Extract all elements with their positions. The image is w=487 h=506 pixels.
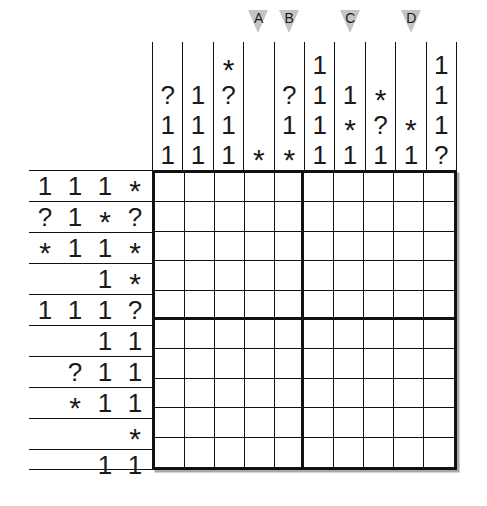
clue-glyph: ? [282,80,296,110]
clue-glyph: 1 [98,295,112,325]
col-clue-column-10: 111? [426,42,456,170]
clue-glyph: ? [434,140,448,170]
clue-glyph: * [129,238,141,268]
row-clue-value: 1 [90,295,120,325]
grid-cell-r4c10[interactable] [424,261,454,290]
clue-glyph: 1 [68,295,82,325]
clue-glyph: 1 [312,140,326,170]
clue-glyph: 1 [373,140,387,170]
row-clue-value: 1 [90,357,120,387]
col-clue-value: 1 [335,80,364,110]
column-marker-B: B [279,10,300,34]
clue-glyph: 1 [312,110,326,140]
row-clue-value: ? [30,202,60,232]
grid-cell-r8c3[interactable] [215,379,245,408]
col-clue-value: 1 [183,110,212,140]
grid-cell-r8c9[interactable] [394,379,424,408]
grid-cell-r8c7[interactable] [334,379,364,408]
clue-glyph: 1 [98,171,112,201]
grid-cell-r2c1[interactable] [155,202,185,231]
grid-cell-r3c3[interactable] [215,232,245,261]
grid-cell-r6c9[interactable] [394,320,424,349]
column-clues: ?11111*?11*?1*11111*1*?1*1111? [152,42,457,170]
grid-cell-r5c4[interactable] [245,291,275,320]
col-clue-value: * [396,110,425,140]
puzzle-grid [152,170,457,470]
grid-cell-r10c8[interactable] [364,438,394,467]
grid-cell-r6c6[interactable] [304,320,334,349]
col-clue-value: ? [275,80,304,110]
clue-glyph: 1 [38,295,52,325]
grid-cell-r10c6[interactable] [304,438,334,467]
col-clue-column-1: ?11 [152,42,182,170]
grid-cell-r6c5[interactable] [275,320,305,349]
grid-cell-r8c10[interactable] [424,379,454,408]
grid-cell-r2c10[interactable] [424,202,454,231]
grid-cell-r8c5[interactable] [275,379,305,408]
grid-cell-r2c5[interactable] [275,202,305,231]
row-clue-value: * [120,264,150,294]
row-clue-value: * [120,171,150,201]
grid-cell-r5c1[interactable] [155,291,185,320]
col-clue-value: * [244,140,273,170]
clue-glyph: ? [38,202,52,232]
grid-cell-r1c6[interactable] [304,173,334,202]
clue-glyph: * [344,115,356,145]
row-clue-row-6: 11 [29,325,152,356]
grid-cell-r8c1[interactable] [155,379,185,408]
col-clue-value: 1 [427,80,456,110]
col-clue-column-7: 1*1 [334,42,364,170]
grid-cell-r9c8[interactable] [364,408,394,437]
clue-glyph: 1 [191,80,205,110]
clue-glyph: * [69,393,81,423]
clue-glyph: 1 [434,80,448,110]
row-clue-value: 1 [120,357,150,387]
col-clue-value: ? [153,80,182,110]
col-clue-column-3: *?11 [213,42,243,170]
row-clue-value: * [60,388,90,418]
col-clue-value: 1 [305,80,334,110]
clue-glyph: ? [68,357,82,387]
grid-cell-r10c10[interactable] [424,438,454,467]
clue-glyph: * [129,269,141,299]
col-clue-value: 1 [153,110,182,140]
grid-cell-r1c2[interactable] [185,173,215,202]
clue-glyph: 1 [282,110,296,140]
row-clue-value: 1 [60,233,90,263]
column-marker-A: A [248,10,269,34]
column-marker-C: C [340,10,361,34]
clue-glyph: * [405,115,417,145]
grid-cell-r1c10[interactable] [424,173,454,202]
grid-cell-r6c3[interactable] [215,320,245,349]
grid-cell-r10c9[interactable] [394,438,424,467]
grid-cell-r3c6[interactable] [304,232,334,261]
grid-cell-r3c4[interactable] [245,232,275,261]
clue-glyph: 1 [98,357,112,387]
grid-cell-r6c1[interactable] [155,320,185,349]
row-clue-value: * [30,233,60,263]
grid-cell-r10c3[interactable] [215,438,245,467]
clue-glyph: 1 [312,80,326,110]
grid-cell-r10c5[interactable] [275,438,305,467]
col-clue-column-6: 1111 [304,42,334,170]
grid-cell-r1c1[interactable] [155,173,185,202]
col-clue-value: 1 [305,50,334,80]
col-clue-value: * [366,80,395,110]
clue-glyph: 1 [98,326,112,356]
row-clue-value: 1 [120,388,150,418]
clue-glyph: 1 [68,202,82,232]
row-clue-row-9: * [29,418,152,449]
row-clue-value: 1 [60,202,90,232]
col-clue-value: 1 [214,140,243,170]
col-clue-column-4: * [243,42,273,170]
clue-glyph: 1 [128,388,142,418]
clue-glyph: 1 [160,140,174,170]
row-clue-value: 1 [90,388,120,418]
col-clue-value: 1 [366,140,395,170]
clue-glyph: 1 [191,110,205,140]
grid-cell-r3c10[interactable] [424,232,454,261]
grid-cell-r7c9[interactable] [394,349,424,378]
clue-glyph: 1 [128,326,142,356]
grid-cell-r5c2[interactable] [185,291,215,320]
grid-cell-r9c3[interactable] [215,408,245,437]
marker-label: B [279,10,300,27]
row-clue-row-1: 111* [29,170,152,201]
clue-glyph: 1 [434,50,448,80]
row-clue-value: 1 [90,264,120,294]
row-clue-row-3: *11* [29,232,152,263]
grid-cell-r8c6[interactable] [304,379,334,408]
grid-cell-r6c2[interactable] [185,320,215,349]
clue-glyph: 1 [98,388,112,418]
grid-cell-r10c4[interactable] [245,438,275,467]
grid-cell-r7c1[interactable] [155,349,185,378]
clue-glyph: 1 [98,264,112,294]
col-clue-value: 1 [275,110,304,140]
grid-cell-r4c4[interactable] [245,261,275,290]
grid-cell-r7c3[interactable] [215,349,245,378]
clue-glyph: ? [160,80,174,110]
clue-glyph: 1 [434,110,448,140]
grid-cell-r2c4[interactable] [245,202,275,231]
clue-glyph: 1 [312,50,326,80]
grid-cell-r2c6[interactable] [304,202,334,231]
grid-cell-r10c1[interactable] [155,438,185,467]
grid-cell-r9c10[interactable] [424,408,454,437]
col-clue-value: * [214,50,243,80]
grid-cell-r6c10[interactable] [424,320,454,349]
row-clue-value: 1 [90,450,120,480]
row-clue-value: 1 [90,326,120,356]
grid-cell-r2c8[interactable] [364,202,394,231]
grid-cell-r9c6[interactable] [304,408,334,437]
col-clue-column-9: *1 [395,42,425,170]
grid-cell-r7c8[interactable] [364,349,394,378]
clue-glyph: * [375,85,387,115]
grid-cell-r4c8[interactable] [364,261,394,290]
grid-cell-r9c4[interactable] [245,408,275,437]
column-marker-D: D [401,10,422,34]
clue-glyph: * [39,238,51,268]
grid-cell-r5c10[interactable] [424,291,454,320]
col-clue-value: 1 [427,110,456,140]
clue-glyph: * [129,424,141,454]
grid-cell-r3c7[interactable] [334,232,364,261]
marker-label: C [340,10,361,27]
grid-cell-r7c6[interactable] [304,349,334,378]
clue-glyph: 1 [68,171,82,201]
clue-glyph: 1 [221,140,235,170]
row-clue-value: 1 [30,295,60,325]
grid-cell-r3c8[interactable] [364,232,394,261]
col-clue-column-5: ?1* [274,42,304,170]
row-clue-value: 1 [30,171,60,201]
grid-cell-r8c4[interactable] [245,379,275,408]
nonogram-board: ABCD ?11111*?11*?1*11111*1*?1*1111? 111*… [0,0,487,506]
clue-glyph: 1 [98,450,112,480]
grid-cell-r9c9[interactable] [394,408,424,437]
grid-cell-r4c7[interactable] [334,261,364,290]
grid-cell-r10c2[interactable] [185,438,215,467]
grid-cell-r4c6[interactable] [304,261,334,290]
grid-cell-r1c5[interactable] [275,173,305,202]
grid-cell-r7c5[interactable] [275,349,305,378]
grid-cell-r4c5[interactable] [275,261,305,290]
col-clue-value: 1 [305,110,334,140]
grid-cell-r2c2[interactable] [185,202,215,231]
col-clue-value: 1 [214,110,243,140]
clue-glyph: 1 [38,171,52,201]
row-clue-row-8: *11 [29,387,152,418]
grid-cell-r1c9[interactable] [394,173,424,202]
grid-cell-r5c9[interactable] [394,291,424,320]
grid-cell-r4c3[interactable] [215,261,245,290]
grid-cell-r3c9[interactable] [394,232,424,261]
row-clues: 111*?1*?*11*1*111?11?11*11*11 [29,170,152,470]
grid-cell-r1c8[interactable] [364,173,394,202]
col-clue-column-2: 111 [182,42,212,170]
grid-cell-r2c7[interactable] [334,202,364,231]
row-clue-value: 1 [60,295,90,325]
row-clue-value: 1 [120,326,150,356]
grid-cell-r5c3[interactable] [215,291,245,320]
col-clue-value: 1 [183,140,212,170]
col-clue-column-8: *?1 [365,42,395,170]
clue-glyph: 1 [68,233,82,263]
row-clue-value: 1 [60,171,90,201]
grid-cell-r1c4[interactable] [245,173,275,202]
clue-glyph: 1 [221,110,235,140]
clue-glyph: 1 [343,80,357,110]
grid-cell-r1c7[interactable] [334,173,364,202]
grid-cell-r8c8[interactable] [364,379,394,408]
grid-cell-r5c8[interactable] [364,291,394,320]
grid-cell-r6c8[interactable] [364,320,394,349]
grid-cell-r9c5[interactable] [275,408,305,437]
grid-cell-r2c9[interactable] [394,202,424,231]
clue-glyph: * [99,207,111,237]
clue-glyph: 1 [128,357,142,387]
col-clue-value: * [335,110,364,140]
row-clue-value: * [90,202,120,232]
grid-cell-r2c3[interactable] [215,202,245,231]
grid-cell-r3c2[interactable] [185,232,215,261]
clue-glyph: * [129,176,141,206]
grid-cell-r3c1[interactable] [155,232,185,261]
clue-glyph: 1 [160,110,174,140]
grid-cell-r9c2[interactable] [185,408,215,437]
row-clue-value: ? [60,357,90,387]
grid-cell-r4c2[interactable] [185,261,215,290]
col-clue-value: 1 [183,80,212,110]
grid-cell-r9c1[interactable] [155,408,185,437]
clue-glyph: * [223,55,235,85]
grid-cell-r3c5[interactable] [275,232,305,261]
grid-cell-r4c9[interactable] [394,261,424,290]
grid-cell-r6c4[interactable] [245,320,275,349]
grid-cell-r5c7[interactable] [334,291,364,320]
grid-cell-r7c10[interactable] [424,349,454,378]
col-clue-value: 1 [153,140,182,170]
grid-cell-r4c1[interactable] [155,261,185,290]
col-clue-value: 1 [427,50,456,80]
col-clue-value: * [275,140,304,170]
row-clue-value: * [120,419,150,449]
grid-cell-r7c2[interactable] [185,349,215,378]
marker-label: A [248,10,269,27]
grid-cell-r7c7[interactable] [334,349,364,378]
grid-cell-r1c3[interactable] [215,173,245,202]
marker-label: D [401,10,422,27]
grid-cell-r7c4[interactable] [245,349,275,378]
grid-cell-r10c7[interactable] [334,438,364,467]
row-clue-row-7: ?11 [29,356,152,387]
col-clue-value: 1 [305,140,334,170]
grid-cell-r5c6[interactable] [304,291,334,320]
col-clue-value: ? [427,140,456,170]
grid-cell-r5c5[interactable] [275,291,305,320]
clue-glyph: 1 [191,140,205,170]
grid-cell-r6c7[interactable] [334,320,364,349]
grid-cell-r8c2[interactable] [185,379,215,408]
row-clue-value: 1 [90,171,120,201]
grid-cell-r9c7[interactable] [334,408,364,437]
row-clue-value: * [120,233,150,263]
